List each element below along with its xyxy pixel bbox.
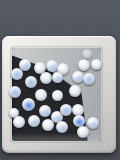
white-stone	[69, 85, 81, 97]
white-stone	[60, 104, 72, 116]
white-stone	[39, 105, 51, 117]
white-stone	[78, 59, 90, 71]
white-stone	[9, 86, 21, 98]
white-stone	[91, 59, 102, 70]
white-stone	[13, 116, 25, 128]
white-stone	[82, 49, 92, 59]
white-stone	[83, 73, 95, 85]
white-stone	[40, 72, 52, 84]
white-stone	[11, 68, 23, 80]
white-stone	[42, 119, 54, 131]
white-stone	[52, 90, 63, 101]
white-stone	[35, 89, 47, 101]
white-stone	[52, 72, 63, 83]
white-stone	[87, 117, 99, 129]
photo	[0, 0, 120, 160]
white-stone	[56, 121, 68, 133]
white-stone	[28, 115, 40, 127]
white-stone	[22, 98, 35, 111]
white-stone	[77, 126, 89, 138]
stones-layer	[0, 0, 120, 160]
white-stone	[25, 76, 37, 88]
